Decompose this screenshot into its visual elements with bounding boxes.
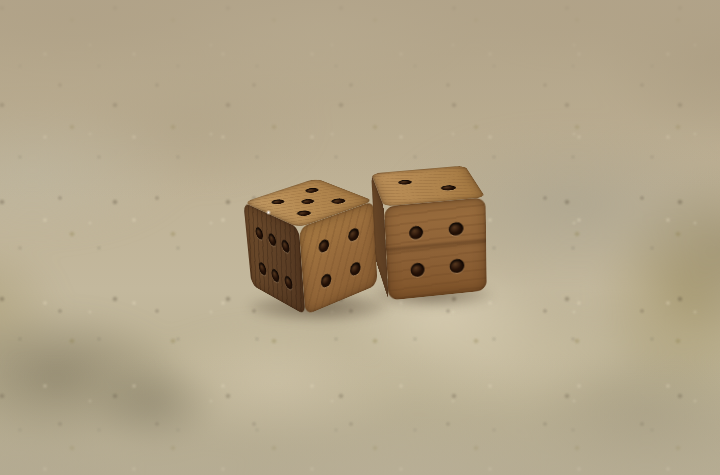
pip (321, 273, 332, 289)
pip (255, 226, 264, 242)
pip (397, 179, 413, 185)
pip (408, 225, 423, 240)
pip (449, 221, 463, 236)
right-die-front-face-4 (384, 197, 487, 300)
pip (295, 210, 314, 217)
pip (348, 227, 359, 243)
left-die-cube (270, 189, 348, 299)
pip (281, 238, 290, 254)
left-die (263, 196, 359, 292)
right-die (377, 180, 479, 282)
pip (318, 238, 329, 254)
pip (410, 263, 424, 277)
pip (350, 261, 361, 277)
pip (303, 187, 321, 194)
pip (440, 185, 456, 191)
pip (299, 198, 317, 205)
pip (329, 198, 347, 205)
pip (269, 198, 287, 205)
pip (284, 275, 293, 291)
pip (268, 232, 277, 248)
highlight-speck (266, 210, 271, 215)
pip (271, 268, 280, 284)
right-die-cube (377, 181, 476, 280)
pip (450, 259, 464, 273)
photo-scene (0, 0, 720, 475)
pip (258, 261, 266, 276)
